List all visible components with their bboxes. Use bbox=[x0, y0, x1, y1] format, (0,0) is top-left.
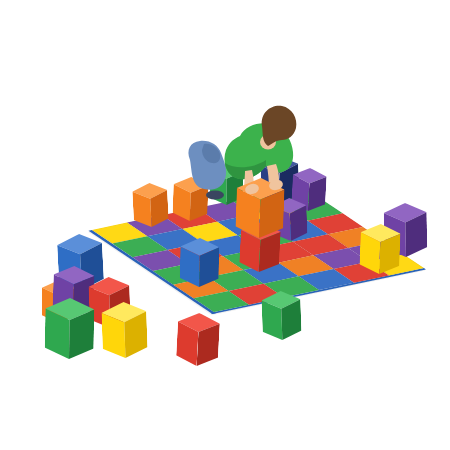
foam-block-orange bbox=[132, 182, 169, 228]
child-hair bbox=[262, 106, 297, 146]
foam-block-green bbox=[261, 290, 302, 340]
child-hand-right bbox=[268, 178, 284, 191]
product-photo-scene bbox=[0, 0, 450, 450]
child-hands bbox=[238, 172, 302, 204]
foam-block-yellow bbox=[101, 301, 148, 359]
foam-block-blue bbox=[180, 238, 220, 288]
child-shoe bbox=[206, 191, 224, 200]
foam-block-yellow bbox=[359, 223, 401, 274]
child-hand-left bbox=[244, 182, 260, 195]
foam-block-red bbox=[176, 312, 221, 367]
foam-block-green bbox=[44, 298, 94, 360]
